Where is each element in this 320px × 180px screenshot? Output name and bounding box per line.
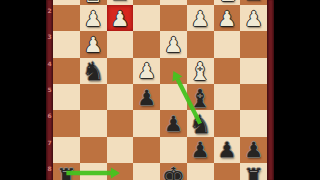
piece-black-rook[interactable]: ♜ [243, 166, 264, 180]
square-h5[interactable] [53, 84, 80, 110]
piece-black-bishop[interactable]: ♝ [189, 86, 211, 111]
square-g4[interactable]: ♞ [80, 58, 107, 84]
piece-black-pawn[interactable]: ♟ [191, 140, 210, 161]
square-h6[interactable] [53, 110, 80, 136]
square-a3[interactable] [240, 31, 267, 57]
square-h3[interactable] [53, 31, 80, 57]
piece-white-pawn[interactable]: ♟ [191, 9, 210, 30]
square-e2[interactable] [133, 5, 160, 31]
square-f6[interactable] [107, 110, 134, 136]
rank-label-3: 3 [46, 34, 54, 40]
square-b2[interactable]: ♟ [214, 5, 241, 31]
piece-black-rook[interactable]: ♜ [56, 166, 77, 180]
piece-white-pawn[interactable]: ♟ [164, 35, 183, 56]
piece-black-pawn[interactable]: ♟ [137, 88, 156, 109]
square-b7[interactable]: ♟ [214, 137, 241, 163]
piece-white-pawn[interactable]: ♟ [137, 61, 156, 82]
chess-app-screenshot: ♚♜♞♜♟♟♟♟♟♟♟♞♟♝♟♝♟♞♟♟♟♜♚♜ 2345678 [0, 0, 320, 180]
piece-white-pawn[interactable]: ♟ [244, 9, 263, 30]
square-a5[interactable] [240, 84, 267, 110]
square-d3[interactable]: ♟ [160, 31, 187, 57]
board-frame-right [267, 0, 274, 180]
piece-black-knight[interactable]: ♞ [82, 59, 104, 84]
piece-white-rook[interactable]: ♜ [110, 0, 131, 4]
square-h2[interactable] [53, 5, 80, 31]
piece-black-knight[interactable]: ♞ [189, 112, 211, 137]
square-f4[interactable] [107, 58, 134, 84]
square-e5[interactable]: ♟ [133, 84, 160, 110]
rank-label-6: 6 [46, 113, 54, 119]
square-f7[interactable] [107, 137, 134, 163]
square-f3[interactable] [107, 31, 134, 57]
square-d5[interactable] [160, 84, 187, 110]
square-g6[interactable] [80, 110, 107, 136]
square-c6[interactable]: ♞ [187, 110, 214, 136]
piece-white-pawn[interactable]: ♟ [217, 9, 236, 30]
square-a2[interactable]: ♟ [240, 5, 267, 31]
square-e4[interactable]: ♟ [133, 58, 160, 84]
square-b5[interactable] [214, 84, 241, 110]
square-a6[interactable] [240, 110, 267, 136]
square-e3[interactable] [133, 31, 160, 57]
square-f5[interactable] [107, 84, 134, 110]
square-c2[interactable]: ♟ [187, 5, 214, 31]
square-a4[interactable] [240, 58, 267, 84]
rank-label-7: 7 [46, 140, 54, 146]
square-b4[interactable] [214, 58, 241, 84]
square-a7[interactable]: ♟ [240, 137, 267, 163]
piece-white-pawn[interactable]: ♟ [110, 9, 129, 30]
rank-label-2: 2 [46, 8, 54, 14]
square-b6[interactable] [214, 110, 241, 136]
square-c8[interactable] [187, 163, 214, 180]
piece-black-pawn[interactable]: ♟ [217, 140, 236, 161]
square-d6[interactable]: ♟ [160, 110, 187, 136]
square-d8[interactable]: ♚ [160, 163, 187, 180]
square-g2[interactable]: ♟ [80, 5, 107, 31]
rank-label-4: 4 [46, 61, 54, 67]
piece-white-bishop[interactable]: ♝ [189, 59, 211, 84]
piece-white-pawn[interactable]: ♟ [84, 35, 103, 56]
square-g3[interactable]: ♟ [80, 31, 107, 57]
square-h8[interactable]: ♜ [53, 163, 80, 180]
square-f8[interactable] [107, 163, 134, 180]
square-f2[interactable]: ♟ [107, 5, 134, 31]
square-h7[interactable] [53, 137, 80, 163]
square-c7[interactable]: ♟ [187, 137, 214, 163]
piece-black-king[interactable]: ♚ [162, 164, 185, 180]
square-e7[interactable] [133, 137, 160, 163]
square-e8[interactable] [133, 163, 160, 180]
piece-white-rook[interactable]: ♜ [243, 0, 264, 4]
rank-label-5: 5 [46, 87, 54, 93]
square-h4[interactable] [53, 58, 80, 84]
square-g8[interactable] [80, 163, 107, 180]
piece-black-pawn[interactable]: ♟ [244, 140, 263, 161]
square-c4[interactable]: ♝ [187, 58, 214, 84]
square-g5[interactable] [80, 84, 107, 110]
square-g7[interactable] [80, 137, 107, 163]
square-d2[interactable] [160, 5, 187, 31]
rank-label-8: 8 [46, 166, 54, 172]
square-a8[interactable]: ♜ [240, 163, 267, 180]
square-b8[interactable] [214, 163, 241, 180]
square-c3[interactable] [187, 31, 214, 57]
square-b3[interactable] [214, 31, 241, 57]
square-c5[interactable]: ♝ [187, 84, 214, 110]
square-d4[interactable] [160, 58, 187, 84]
square-e6[interactable] [133, 110, 160, 136]
piece-black-pawn[interactable]: ♟ [164, 114, 183, 135]
square-d7[interactable] [160, 137, 187, 163]
chess-board: ♚♜♞♜♟♟♟♟♟♟♟♞♟♝♟♝♟♞♟♟♟♜♚♜ [53, 0, 267, 180]
piece-white-pawn[interactable]: ♟ [84, 9, 103, 30]
